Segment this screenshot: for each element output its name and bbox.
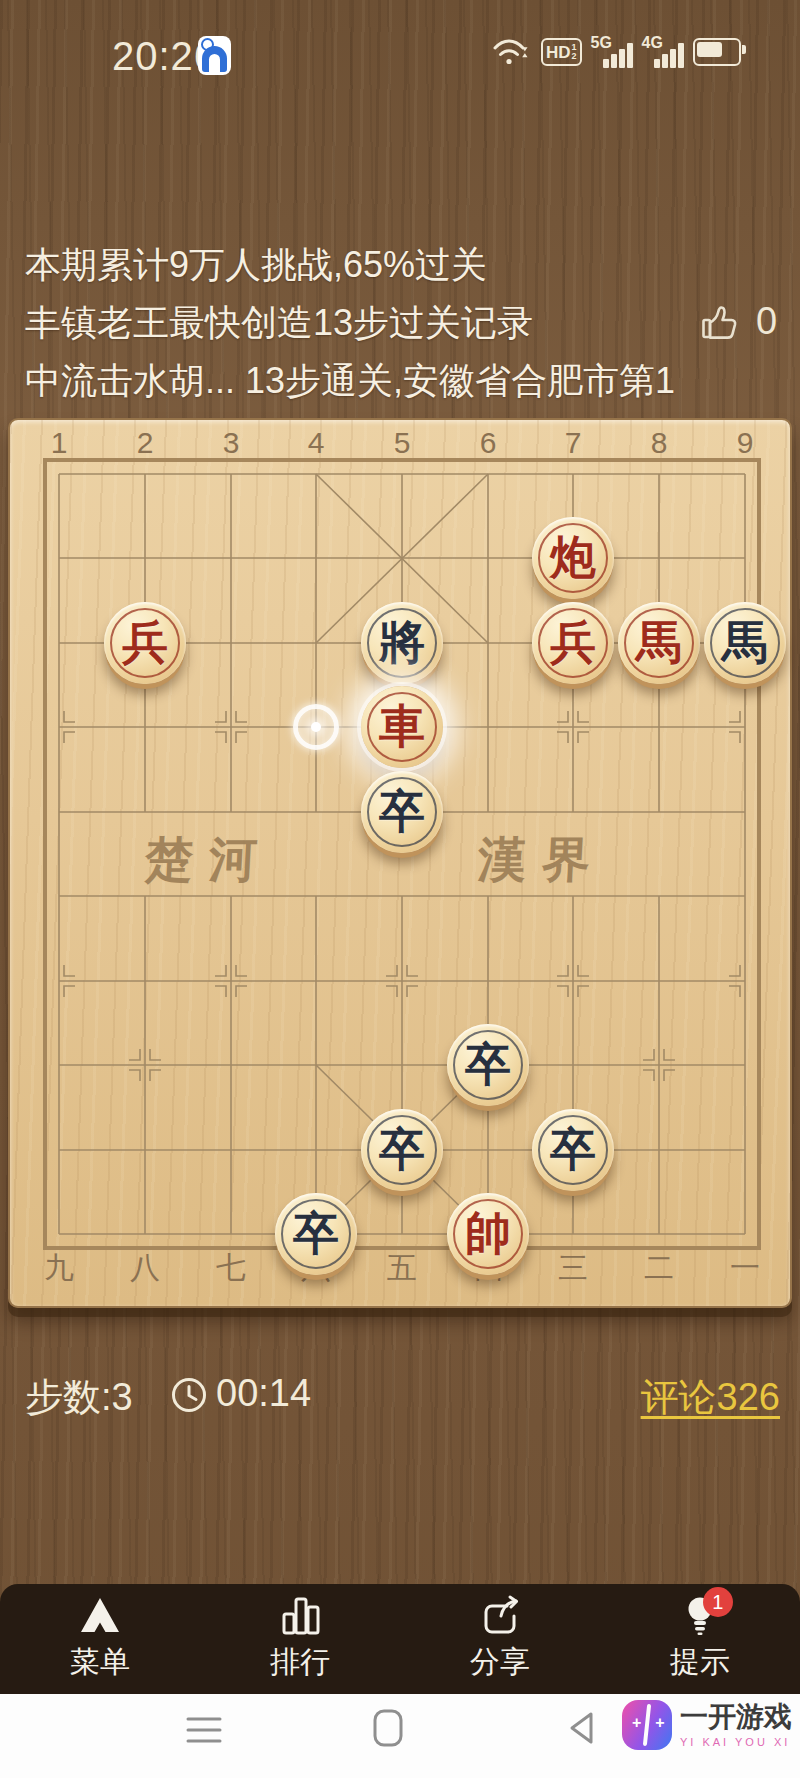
- nav-排行[interactable]: 排行: [200, 1584, 400, 1694]
- river-text-left: 楚河: [143, 828, 274, 892]
- piece-glyph: 帥: [465, 1203, 511, 1265]
- piece-red-馬[interactable]: 馬: [618, 602, 700, 684]
- piece-glyph: 馬: [636, 612, 682, 674]
- nav-label: 提示: [670, 1642, 730, 1683]
- piece-glyph: 將: [379, 612, 425, 674]
- move-indicator[interactable]: [293, 704, 339, 750]
- file-label-top-5: 5: [380, 426, 424, 460]
- timer-icon: [170, 1376, 208, 1423]
- piece-black-馬[interactable]: 馬: [704, 602, 786, 684]
- comments-link[interactable]: 评论326: [641, 1372, 780, 1423]
- nav-label: 菜单: [70, 1642, 130, 1683]
- piece-red-兵[interactable]: 兵: [532, 602, 614, 684]
- xiangqi-board[interactable]: 123456789 九八七六五四三二一 楚河 漢界 炮兵將兵馬馬車卒卒卒卒卒帥: [8, 418, 792, 1308]
- nav-label: 分享: [470, 1642, 530, 1683]
- file-label-bottom: 二: [637, 1248, 681, 1289]
- file-label-top-4: 4: [294, 426, 338, 460]
- banner-line-2: 丰镇老王最快创造13步过关记录: [25, 294, 675, 352]
- signal-5g-icon: 5G: [591, 36, 633, 68]
- status-icons: HD12 5G 4G: [492, 36, 741, 68]
- file-label-bottom: 五: [380, 1248, 424, 1289]
- nav-提示[interactable]: 1提示: [600, 1584, 800, 1694]
- piece-black-卒[interactable]: 卒: [447, 1024, 529, 1106]
- logo-subtitle: YI KAI YOU XI: [680, 1736, 792, 1748]
- hd-voice-icon: HD12: [541, 38, 582, 66]
- signal-4g-icon: 4G: [642, 36, 684, 68]
- piece-black-卒[interactable]: 卒: [275, 1193, 357, 1275]
- piece-glyph: 卒: [379, 781, 425, 843]
- bar-chart-icon: [277, 1595, 323, 1637]
- piece-glyph: 車: [379, 696, 425, 758]
- file-label-top-8: 8: [637, 426, 681, 460]
- info-bar: 步数:3 00:14 评论326: [0, 1368, 800, 1424]
- lightbulb-icon: 1: [677, 1595, 723, 1637]
- event-banner: 本期累计9万人挑战,65%过关 丰镇老王最快创造13步过关记录 中流击水胡...…: [25, 236, 675, 410]
- nav-label: 排行: [270, 1642, 330, 1683]
- screen: 20:26 HD12 5G 4G 本期累: [0, 0, 800, 1778]
- piece-glyph: 卒: [379, 1119, 425, 1181]
- piece-black-卒[interactable]: 卒: [361, 1109, 443, 1191]
- notification-app-icon: [198, 36, 231, 75]
- system-nav-bar: 一开游戏 YI KAI YOU XI: [0, 1694, 800, 1778]
- like-count: 0: [756, 300, 777, 343]
- piece-black-卒[interactable]: 卒: [361, 771, 443, 853]
- status-bar: 20:26 HD12 5G 4G: [0, 28, 800, 86]
- file-label-top-2: 2: [123, 426, 167, 460]
- bottom-nav-bar: 菜单排行分享1提示: [0, 1584, 800, 1694]
- logo-title: 一开游戏: [680, 1702, 792, 1733]
- thumbs-up-icon[interactable]: [700, 304, 740, 342]
- piece-glyph: 卒: [550, 1119, 596, 1181]
- piece-glyph: 炮: [550, 527, 596, 589]
- piece-glyph: 卒: [465, 1034, 511, 1096]
- share-icon: [477, 1595, 523, 1637]
- piece-glyph: 馬: [722, 612, 768, 674]
- river-text-right: 漢界: [476, 828, 607, 892]
- menu-arrow-icon: [77, 1595, 123, 1637]
- file-label-top-3: 3: [209, 426, 253, 460]
- file-label-top-6: 6: [466, 426, 510, 460]
- battery-icon: [693, 38, 741, 66]
- file-label-bottom: 九: [37, 1248, 81, 1289]
- yikai-game-logo: 一开游戏 YI KAI YOU XI: [622, 1700, 792, 1750]
- wifi-icon: [492, 37, 532, 67]
- nav-菜单[interactable]: 菜单: [0, 1584, 200, 1694]
- piece-glyph: 兵: [122, 612, 168, 674]
- piece-red-車-selected[interactable]: 車: [361, 686, 443, 768]
- file-label-bottom: 七: [209, 1248, 253, 1289]
- piece-black-卒[interactable]: 卒: [532, 1109, 614, 1191]
- move-count: 步数:3: [25, 1372, 133, 1423]
- file-label-bottom: 八: [123, 1248, 167, 1289]
- file-label-bottom: 一: [723, 1248, 767, 1289]
- piece-glyph: 卒: [293, 1203, 339, 1265]
- nav-分享[interactable]: 分享: [400, 1584, 600, 1694]
- piece-red-炮[interactable]: 炮: [532, 517, 614, 599]
- file-label-bottom: 三: [551, 1248, 595, 1289]
- file-label-top-9: 9: [723, 426, 767, 460]
- file-label-top-1: 1: [37, 426, 81, 460]
- yikai-logo-icon: [622, 1700, 672, 1750]
- file-label-top-7: 7: [551, 426, 595, 460]
- piece-red-兵[interactable]: 兵: [104, 602, 186, 684]
- piece-red-帥[interactable]: 帥: [447, 1193, 529, 1275]
- home-icon[interactable]: [372, 1708, 404, 1752]
- back-icon[interactable]: [566, 1710, 596, 1750]
- piece-black-將[interactable]: 將: [361, 602, 443, 684]
- elapsed-time: 00:14: [216, 1372, 311, 1415]
- piece-glyph: 兵: [550, 612, 596, 674]
- hint-badge: 1: [703, 1587, 733, 1617]
- recent-apps-icon[interactable]: [186, 1716, 222, 1750]
- banner-line-3: 中流击水胡... 13步通关,安徽省合肥市第1: [25, 352, 675, 410]
- banner-line-1: 本期累计9万人挑战,65%过关: [25, 236, 675, 294]
